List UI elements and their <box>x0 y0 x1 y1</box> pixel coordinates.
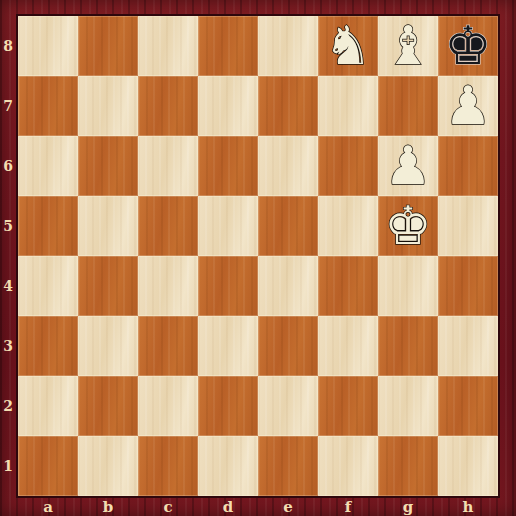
square-h8[interactable]: ♚ <box>438 16 498 76</box>
square-h3[interactable] <box>438 316 498 376</box>
piece-white-king-g5[interactable]: ♚ <box>378 196 438 256</box>
square-b1[interactable] <box>78 436 138 496</box>
square-h1[interactable] <box>438 436 498 496</box>
square-e6[interactable] <box>258 136 318 196</box>
rank-label-8: 8 <box>0 16 16 76</box>
square-h4[interactable] <box>438 256 498 316</box>
square-a7[interactable] <box>18 76 78 136</box>
square-b6[interactable] <box>78 136 138 196</box>
square-c7[interactable] <box>138 76 198 136</box>
rank-label-2: 2 <box>0 376 16 436</box>
square-b7[interactable] <box>78 76 138 136</box>
square-f7[interactable] <box>318 76 378 136</box>
square-g4[interactable] <box>378 256 438 316</box>
rank-label-1: 1 <box>0 436 16 496</box>
square-a6[interactable] <box>18 136 78 196</box>
square-f4[interactable] <box>318 256 378 316</box>
square-d7[interactable] <box>198 76 258 136</box>
file-label-g: g <box>378 498 438 516</box>
square-d1[interactable] <box>198 436 258 496</box>
chessboard-app: ♞♝♚♟♟♚ 87654321 abcdefgh <box>0 0 516 516</box>
square-c4[interactable] <box>138 256 198 316</box>
file-label-a: a <box>18 498 78 516</box>
square-e4[interactable] <box>258 256 318 316</box>
rank-label-4: 4 <box>0 256 16 316</box>
square-a2[interactable] <box>18 376 78 436</box>
square-d5[interactable] <box>198 196 258 256</box>
file-label-e: e <box>258 498 318 516</box>
square-d2[interactable] <box>198 376 258 436</box>
file-label-c: c <box>138 498 198 516</box>
square-b4[interactable] <box>78 256 138 316</box>
square-d6[interactable] <box>198 136 258 196</box>
square-c8[interactable] <box>138 16 198 76</box>
rank-label-5: 5 <box>0 196 16 256</box>
square-b2[interactable] <box>78 376 138 436</box>
chess-board: ♞♝♚♟♟♚ <box>16 14 500 498</box>
square-c6[interactable] <box>138 136 198 196</box>
square-f2[interactable] <box>318 376 378 436</box>
square-a4[interactable] <box>18 256 78 316</box>
square-h5[interactable] <box>438 196 498 256</box>
square-h6[interactable] <box>438 136 498 196</box>
square-f6[interactable] <box>318 136 378 196</box>
square-d4[interactable] <box>198 256 258 316</box>
square-f5[interactable] <box>318 196 378 256</box>
file-label-h: h <box>438 498 498 516</box>
square-g6[interactable]: ♟ <box>378 136 438 196</box>
square-c5[interactable] <box>138 196 198 256</box>
square-f1[interactable] <box>318 436 378 496</box>
square-d3[interactable] <box>198 316 258 376</box>
square-h7[interactable]: ♟ <box>438 76 498 136</box>
piece-white-knight-f8[interactable]: ♞ <box>318 16 378 76</box>
square-g1[interactable] <box>378 436 438 496</box>
file-label-f: f <box>318 498 378 516</box>
rank-label-7: 7 <box>0 76 16 136</box>
square-g3[interactable] <box>378 316 438 376</box>
square-g5[interactable]: ♚ <box>378 196 438 256</box>
piece-black-king-h8[interactable]: ♚ <box>438 16 498 76</box>
square-g2[interactable] <box>378 376 438 436</box>
square-b5[interactable] <box>78 196 138 256</box>
square-b8[interactable] <box>78 16 138 76</box>
square-g7[interactable] <box>378 76 438 136</box>
square-f8[interactable]: ♞ <box>318 16 378 76</box>
square-g8[interactable]: ♝ <box>378 16 438 76</box>
piece-white-pawn-h7[interactable]: ♟ <box>438 76 498 136</box>
square-a8[interactable] <box>18 16 78 76</box>
square-a1[interactable] <box>18 436 78 496</box>
square-a3[interactable] <box>18 316 78 376</box>
square-e8[interactable] <box>258 16 318 76</box>
square-d8[interactable] <box>198 16 258 76</box>
file-label-d: d <box>198 498 258 516</box>
square-e7[interactable] <box>258 76 318 136</box>
piece-white-bishop-g8[interactable]: ♝ <box>378 16 438 76</box>
square-c3[interactable] <box>138 316 198 376</box>
rank-label-3: 3 <box>0 316 16 376</box>
square-c1[interactable] <box>138 436 198 496</box>
square-a5[interactable] <box>18 196 78 256</box>
square-e5[interactable] <box>258 196 318 256</box>
rank-label-6: 6 <box>0 136 16 196</box>
square-e3[interactable] <box>258 316 318 376</box>
piece-white-pawn-g6[interactable]: ♟ <box>378 136 438 196</box>
square-e1[interactable] <box>258 436 318 496</box>
square-e2[interactable] <box>258 376 318 436</box>
square-h2[interactable] <box>438 376 498 436</box>
square-c2[interactable] <box>138 376 198 436</box>
square-b3[interactable] <box>78 316 138 376</box>
file-label-b: b <box>78 498 138 516</box>
square-f3[interactable] <box>318 316 378 376</box>
